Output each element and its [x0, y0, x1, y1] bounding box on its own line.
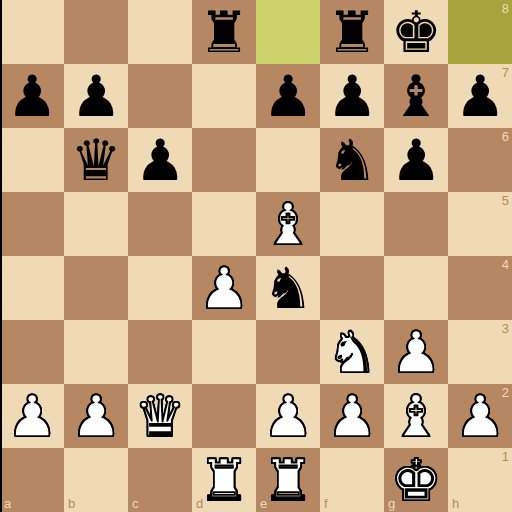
square-f7[interactable]: ♟: [320, 64, 384, 128]
piece-white-knight[interactable]: ♞: [320, 320, 384, 384]
square-b4[interactable]: [64, 256, 128, 320]
piece-white-bishop[interactable]: ♝: [256, 192, 320, 256]
piece-black-pawn[interactable]: ♟: [64, 64, 128, 128]
piece-white-rook[interactable]: ♜: [192, 448, 256, 512]
square-g2[interactable]: ♝: [384, 384, 448, 448]
piece-white-rook[interactable]: ♜: [256, 448, 320, 512]
square-c4[interactable]: [128, 256, 192, 320]
square-h3[interactable]: 3: [448, 320, 512, 384]
square-a2[interactable]: ♟: [0, 384, 64, 448]
square-a4[interactable]: [0, 256, 64, 320]
square-d1[interactable]: d♜: [192, 448, 256, 512]
square-a3[interactable]: [0, 320, 64, 384]
piece-white-queen[interactable]: ♛: [128, 384, 192, 448]
square-h4[interactable]: 4: [448, 256, 512, 320]
square-f1[interactable]: f: [320, 448, 384, 512]
square-d8[interactable]: ♜: [192, 0, 256, 64]
square-a7[interactable]: ♟: [0, 64, 64, 128]
piece-white-pawn[interactable]: ♟: [64, 384, 128, 448]
square-c5[interactable]: [128, 192, 192, 256]
square-e3[interactable]: [256, 320, 320, 384]
square-a1[interactable]: a: [0, 448, 64, 512]
square-b3[interactable]: [64, 320, 128, 384]
chess-board-area: ♜♜♚8♟♟♟♟♝7♟♛♟♞♟6♝5♟♞4♞♟3♟♟♛♟♟♝2♟abcd♜e♜f…: [0, 0, 512, 512]
piece-white-pawn[interactable]: ♟: [448, 384, 512, 448]
piece-white-bishop[interactable]: ♝: [384, 384, 448, 448]
square-h5[interactable]: 5: [448, 192, 512, 256]
rank-label-8: 8: [502, 2, 509, 15]
square-e6[interactable]: [256, 128, 320, 192]
piece-black-pawn[interactable]: ♟: [320, 64, 384, 128]
piece-black-pawn[interactable]: ♟: [256, 64, 320, 128]
square-g1[interactable]: g♚: [384, 448, 448, 512]
file-label-a: a: [4, 497, 11, 510]
piece-black-queen[interactable]: ♛: [64, 128, 128, 192]
rank-label-4: 4: [502, 258, 509, 271]
square-g8[interactable]: ♚: [384, 0, 448, 64]
square-c2[interactable]: ♛: [128, 384, 192, 448]
square-g6[interactable]: ♟: [384, 128, 448, 192]
square-b1[interactable]: b: [64, 448, 128, 512]
square-h6[interactable]: 6: [448, 128, 512, 192]
square-g5[interactable]: [384, 192, 448, 256]
board-left-edge-line: [0, 0, 2, 512]
piece-black-knight[interactable]: ♞: [320, 128, 384, 192]
square-f6[interactable]: ♞: [320, 128, 384, 192]
square-e5[interactable]: ♝: [256, 192, 320, 256]
file-label-c: c: [132, 497, 139, 510]
square-a5[interactable]: [0, 192, 64, 256]
square-e4[interactable]: ♞: [256, 256, 320, 320]
piece-white-pawn[interactable]: ♟: [384, 320, 448, 384]
piece-white-king[interactable]: ♚: [384, 448, 448, 512]
rank-label-1: 1: [502, 450, 509, 463]
chess-board: ♜♜♚8♟♟♟♟♝7♟♛♟♞♟6♝5♟♞4♞♟3♟♟♛♟♟♝2♟abcd♜e♜f…: [0, 0, 512, 512]
square-g7[interactable]: ♝: [384, 64, 448, 128]
square-f3[interactable]: ♞: [320, 320, 384, 384]
file-label-f: f: [324, 497, 328, 510]
rank-label-6: 6: [502, 130, 509, 143]
file-label-b: b: [68, 497, 75, 510]
square-h1[interactable]: 1h: [448, 448, 512, 512]
rank-label-3: 3: [502, 322, 509, 335]
square-f5[interactable]: [320, 192, 384, 256]
square-c6[interactable]: ♟: [128, 128, 192, 192]
square-h2[interactable]: 2♟: [448, 384, 512, 448]
square-a8[interactable]: [0, 0, 64, 64]
piece-black-bishop[interactable]: ♝: [384, 64, 448, 128]
piece-black-king[interactable]: ♚: [384, 0, 448, 64]
square-f2[interactable]: ♟: [320, 384, 384, 448]
piece-black-pawn[interactable]: ♟: [448, 64, 512, 128]
square-e8[interactable]: [256, 0, 320, 64]
square-e2[interactable]: ♟: [256, 384, 320, 448]
square-f8[interactable]: ♜: [320, 0, 384, 64]
square-e1[interactable]: e♜: [256, 448, 320, 512]
piece-black-pawn[interactable]: ♟: [128, 128, 192, 192]
piece-white-pawn[interactable]: ♟: [256, 384, 320, 448]
square-a6[interactable]: [0, 128, 64, 192]
square-b6[interactable]: ♛: [64, 128, 128, 192]
piece-black-pawn[interactable]: ♟: [384, 128, 448, 192]
square-d6[interactable]: [192, 128, 256, 192]
square-b5[interactable]: [64, 192, 128, 256]
square-h7[interactable]: 7♟: [448, 64, 512, 128]
square-g4[interactable]: [384, 256, 448, 320]
piece-black-rook[interactable]: ♜: [192, 0, 256, 64]
rank-label-5: 5: [502, 194, 509, 207]
piece-black-rook[interactable]: ♜: [320, 0, 384, 64]
square-c3[interactable]: [128, 320, 192, 384]
square-b7[interactable]: ♟: [64, 64, 128, 128]
square-c1[interactable]: c: [128, 448, 192, 512]
square-g3[interactable]: ♟: [384, 320, 448, 384]
square-d4[interactable]: ♟: [192, 256, 256, 320]
square-b2[interactable]: ♟: [64, 384, 128, 448]
piece-white-pawn[interactable]: ♟: [320, 384, 384, 448]
piece-black-pawn[interactable]: ♟: [0, 64, 64, 128]
piece-white-pawn[interactable]: ♟: [192, 256, 256, 320]
square-f4[interactable]: [320, 256, 384, 320]
square-c7[interactable]: [128, 64, 192, 128]
square-d7[interactable]: [192, 64, 256, 128]
square-e7[interactable]: ♟: [256, 64, 320, 128]
square-d5[interactable]: [192, 192, 256, 256]
square-d3[interactable]: [192, 320, 256, 384]
square-b8[interactable]: [64, 0, 128, 64]
square-c8[interactable]: [128, 0, 192, 64]
file-label-h: h: [452, 497, 459, 510]
piece-white-pawn[interactable]: ♟: [0, 384, 64, 448]
square-d2[interactable]: [192, 384, 256, 448]
square-h8[interactable]: 8: [448, 0, 512, 64]
piece-black-knight[interactable]: ♞: [256, 256, 320, 320]
